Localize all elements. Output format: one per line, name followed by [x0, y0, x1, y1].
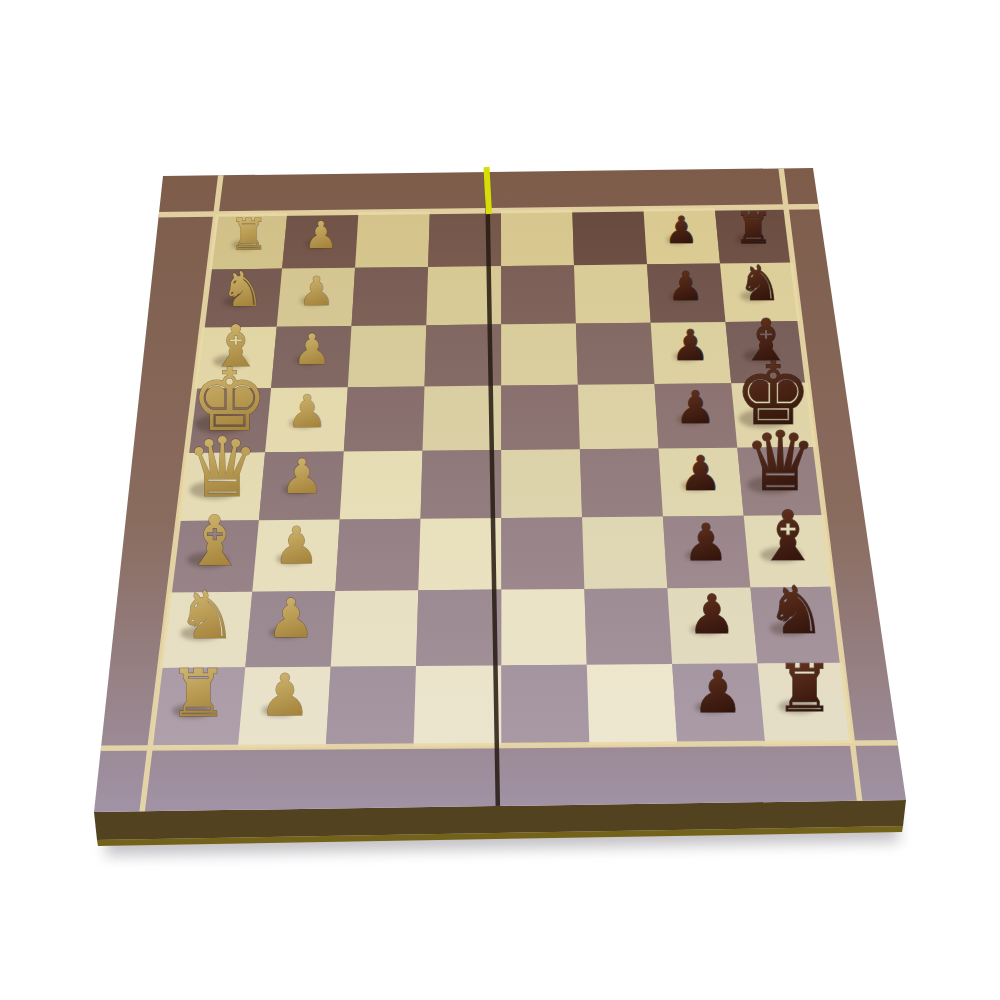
piece-black-pawn[interactable]: ♟: [688, 583, 736, 646]
piece-black-bishop[interactable]: ♝: [757, 496, 819, 576]
piece-white-pawn[interactable]: ♟: [304, 213, 337, 257]
piece-black-rook[interactable]: ♜: [734, 204, 772, 253]
piece-white-pawn[interactable]: ♟: [281, 449, 324, 504]
piece-white-knight[interactable]: ♞: [221, 261, 264, 317]
piece-black-pawn[interactable]: ♟: [675, 381, 715, 434]
piece-black-knight[interactable]: ♞: [767, 572, 826, 649]
chess-set-photo: ♜♟♟♜♞♟♟♞♝♟♟♝♚♟♟♚♛♟♟♛♝♟♟♝♞♟♟♞♜♟♟♜: [0, 0, 1000, 1000]
piece-black-pawn[interactable]: ♟: [668, 263, 703, 309]
piece-white-pawn[interactable]: ♟: [299, 268, 334, 314]
piece-white-pawn[interactable]: ♟: [267, 587, 315, 650]
piece-black-rook[interactable]: ♜: [775, 650, 834, 726]
piece-black-pawn[interactable]: ♟: [665, 208, 698, 252]
piece-black-pawn[interactable]: ♟: [672, 321, 710, 370]
piece-white-knight[interactable]: ♞: [177, 577, 236, 654]
piece-white-pawn[interactable]: ♟: [274, 516, 319, 575]
chess-board: ♜♟♟♜♞♟♟♞♝♟♟♝♚♟♟♚♛♟♟♛♝♟♟♝♞♟♟♞♜♟♟♜: [0, 0, 1000, 1000]
piece-black-knight[interactable]: ♞: [738, 255, 781, 311]
piece-white-pawn[interactable]: ♟: [293, 325, 331, 374]
piece-black-pawn[interactable]: ♟: [692, 659, 743, 726]
piece-black-pawn[interactable]: ♟: [679, 446, 722, 501]
piece-white-pawn[interactable]: ♟: [287, 385, 327, 438]
piece-white-bishop[interactable]: ♝: [184, 501, 246, 581]
piece-black-pawn[interactable]: ♟: [683, 513, 728, 572]
piece-white-rook[interactable]: ♜: [230, 210, 268, 259]
piece-white-rook[interactable]: ♜: [169, 655, 228, 731]
piece-white-pawn[interactable]: ♟: [259, 662, 310, 729]
hinge-highlight: [487, 167, 490, 214]
